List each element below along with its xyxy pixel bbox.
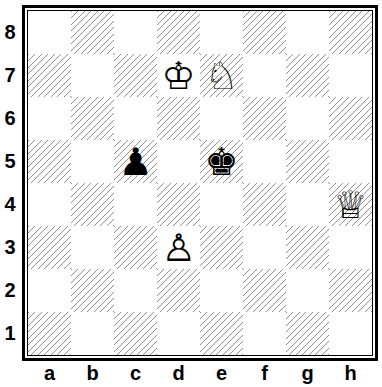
square-a5[interactable] — [28, 140, 71, 183]
rank-label-2: 2 — [0, 269, 20, 312]
rank-label-3: 3 — [0, 226, 20, 269]
square-b8[interactable] — [71, 11, 114, 54]
square-d1[interactable] — [157, 312, 200, 355]
black-king-e5[interactable]: ♚ — [200, 140, 243, 183]
square-g8[interactable] — [286, 11, 329, 54]
square-d5[interactable] — [157, 140, 200, 183]
black-pawn-c5[interactable]: ♟ — [114, 140, 157, 183]
square-e5[interactable]: ♚ — [200, 140, 243, 183]
square-h2[interactable] — [329, 269, 372, 312]
square-c6[interactable] — [114, 97, 157, 140]
square-a6[interactable] — [28, 97, 71, 140]
square-e7[interactable]: ♘ — [200, 54, 243, 97]
square-a2[interactable] — [28, 269, 71, 312]
square-e2[interactable] — [200, 269, 243, 312]
square-g4[interactable] — [286, 183, 329, 226]
chess-diagram: 87654321 ♔♘♟♚♕♙ abcdefgh — [0, 0, 382, 387]
file-label-h: h — [329, 361, 372, 386]
square-c3[interactable] — [114, 226, 157, 269]
square-c8[interactable] — [114, 11, 157, 54]
square-c4[interactable] — [114, 183, 157, 226]
square-e4[interactable] — [200, 183, 243, 226]
file-label-c: c — [114, 361, 157, 386]
square-h5[interactable] — [329, 140, 372, 183]
square-h8[interactable] — [329, 11, 372, 54]
square-a8[interactable] — [28, 11, 71, 54]
square-e1[interactable] — [200, 312, 243, 355]
white-king-d7[interactable]: ♔ — [157, 54, 200, 97]
square-f7[interactable] — [243, 54, 286, 97]
chess-board: ♔♘♟♚♕♙ — [22, 5, 378, 361]
rank-label-6: 6 — [0, 97, 20, 140]
square-b7[interactable] — [71, 54, 114, 97]
square-a4[interactable] — [28, 183, 71, 226]
square-e8[interactable] — [200, 11, 243, 54]
square-g1[interactable] — [286, 312, 329, 355]
square-d3[interactable]: ♙ — [157, 226, 200, 269]
rank-label-4: 4 — [0, 183, 20, 226]
file-label-d: d — [157, 361, 200, 386]
rank-labels: 87654321 — [0, 11, 20, 355]
rank-label-8: 8 — [0, 11, 20, 54]
square-a7[interactable] — [28, 54, 71, 97]
file-label-a: a — [28, 361, 71, 386]
square-c7[interactable] — [114, 54, 157, 97]
square-f6[interactable] — [243, 97, 286, 140]
square-c2[interactable] — [114, 269, 157, 312]
square-d8[interactable] — [157, 11, 200, 54]
square-c5[interactable]: ♟ — [114, 140, 157, 183]
file-label-g: g — [286, 361, 329, 386]
white-pawn-d3[interactable]: ♙ — [157, 226, 200, 269]
square-d7[interactable]: ♔ — [157, 54, 200, 97]
square-f5[interactable] — [243, 140, 286, 183]
square-a3[interactable] — [28, 226, 71, 269]
file-label-e: e — [200, 361, 243, 386]
rank-label-5: 5 — [0, 140, 20, 183]
square-b6[interactable] — [71, 97, 114, 140]
square-e6[interactable] — [200, 97, 243, 140]
square-g5[interactable] — [286, 140, 329, 183]
square-a1[interactable] — [28, 312, 71, 355]
square-d2[interactable] — [157, 269, 200, 312]
board-grid: ♔♘♟♚♕♙ — [28, 11, 372, 355]
board-inner-border: ♔♘♟♚♕♙ — [27, 10, 373, 356]
square-f3[interactable] — [243, 226, 286, 269]
square-b5[interactable] — [71, 140, 114, 183]
square-h1[interactable] — [329, 312, 372, 355]
square-g2[interactable] — [286, 269, 329, 312]
square-b3[interactable] — [71, 226, 114, 269]
square-b4[interactable] — [71, 183, 114, 226]
file-labels: abcdefgh — [28, 361, 372, 386]
square-d4[interactable] — [157, 183, 200, 226]
rank-label-1: 1 — [0, 312, 20, 355]
file-label-b: b — [71, 361, 114, 386]
square-b1[interactable] — [71, 312, 114, 355]
square-h3[interactable] — [329, 226, 372, 269]
white-queen-h4[interactable]: ♕ — [329, 183, 372, 226]
square-g3[interactable] — [286, 226, 329, 269]
file-label-f: f — [243, 361, 286, 386]
white-knight-e7[interactable]: ♘ — [200, 54, 243, 97]
square-g6[interactable] — [286, 97, 329, 140]
square-f2[interactable] — [243, 269, 286, 312]
square-e3[interactable] — [200, 226, 243, 269]
square-f1[interactable] — [243, 312, 286, 355]
square-h7[interactable] — [329, 54, 372, 97]
square-b2[interactable] — [71, 269, 114, 312]
square-h6[interactable] — [329, 97, 372, 140]
square-f8[interactable] — [243, 11, 286, 54]
square-g7[interactable] — [286, 54, 329, 97]
square-c1[interactable] — [114, 312, 157, 355]
square-d6[interactable] — [157, 97, 200, 140]
square-f4[interactable] — [243, 183, 286, 226]
rank-label-7: 7 — [0, 54, 20, 97]
square-h4[interactable]: ♕ — [329, 183, 372, 226]
